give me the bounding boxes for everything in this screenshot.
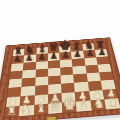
square-b6: [23, 62, 36, 71]
square-f1: ♝: [76, 100, 91, 111]
chess-board: ♜♞♝♛♚♝♞♜♟♟♟♟♟♟♟♟♟♟♟♟♟♟♟♟♜♞♝♛♚♝♞♜ abcdefg…: [0, 37, 120, 120]
square-d6: [48, 60, 60, 69]
piece-black-pawn-b7: ♟: [26, 53, 34, 62]
piece-white-bishop-c1: ♝: [35, 101, 47, 115]
chess-set-photo: ♜♞♝♛♚♝♞♜♟♟♟♟♟♟♟♟♟♟♟♟♟♟♟♟♜♞♝♛♚♝♞♜ abcdefg…: [0, 0, 120, 120]
square-d5: [48, 67, 61, 76]
square-f7: ♟: [71, 51, 84, 59]
piece-black-pawn-e7: ♟: [62, 51, 70, 60]
piece-white-king-e1: ♚: [62, 96, 77, 113]
file-label-h: h: [105, 108, 120, 113]
piece-black-pawn-a7: ♟: [14, 54, 22, 63]
piece-white-knight-b1: ♞: [20, 103, 32, 116]
square-d7: ♟: [48, 53, 60, 61]
piece-black-pawn-g7: ♟: [86, 49, 94, 58]
square-b4: [22, 77, 35, 87]
piece-white-rook-h1: ♜: [108, 97, 119, 109]
square-h1: ♜: [104, 98, 120, 109]
brass-clasp-icon: [45, 116, 56, 120]
square-c7: ♟: [36, 54, 48, 62]
square-h4: [99, 71, 114, 80]
square-g7: ♟: [83, 50, 96, 58]
piece-black-pawn-d7: ♟: [50, 52, 58, 61]
square-e1: ♚: [62, 101, 77, 112]
piece-black-pawn-f7: ♟: [74, 50, 82, 59]
piece-black-pawn-c7: ♟: [38, 52, 46, 61]
piece-white-rook-a1: ♜: [7, 105, 18, 117]
piece-white-knight-g1: ♞: [93, 97, 105, 110]
square-h5: [97, 64, 111, 73]
square-h7: ♟: [95, 49, 108, 57]
piece-white-queen-d1: ♛: [48, 98, 62, 113]
board-grid: ♜♞♝♛♚♝♞♜♟♟♟♟♟♟♟♟♟♟♟♟♟♟♟♟♜♞♝♛♚♝♞♜: [3, 42, 120, 118]
square-c1: ♝: [34, 104, 48, 115]
piece-white-bishop-f1: ♝: [78, 97, 90, 111]
piece-black-pawn-h7: ♟: [98, 48, 106, 57]
square-d1: ♛: [48, 103, 63, 114]
file-label-a: a: [3, 116, 18, 120]
square-g1: ♞: [90, 99, 106, 110]
board-scene: ♜♞♝♛♚♝♞♜♟♟♟♟♟♟♟♟♟♟♟♟♟♟♟♟♜♞♝♛♚♝♞♜ abcdefg…: [0, 0, 120, 120]
